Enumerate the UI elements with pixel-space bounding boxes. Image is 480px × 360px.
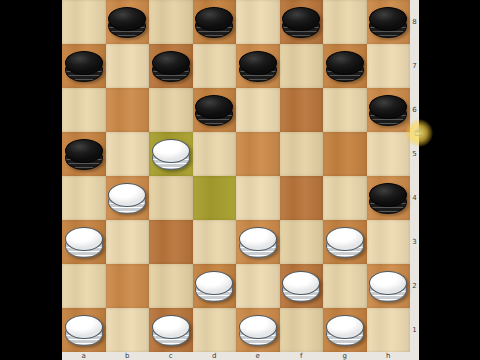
square-e8[interactable] xyxy=(236,0,280,44)
black-man-c7[interactable] xyxy=(152,51,190,82)
square-f1[interactable] xyxy=(280,308,324,352)
file-label-c: c xyxy=(149,352,193,360)
black-man-top xyxy=(65,139,103,163)
square-e3[interactable] xyxy=(236,220,280,264)
black-man-top xyxy=(65,51,103,75)
square-d4[interactable] xyxy=(193,176,237,220)
black-man-top xyxy=(369,183,407,207)
square-e7[interactable] xyxy=(236,44,280,88)
black-man-f8[interactable] xyxy=(282,7,320,38)
square-f3[interactable] xyxy=(280,220,324,264)
square-f8[interactable] xyxy=(280,0,324,44)
black-man-g7[interactable] xyxy=(326,51,364,82)
black-man-h4[interactable] xyxy=(369,183,407,214)
square-h1[interactable] xyxy=(367,308,411,352)
file-label-b: b xyxy=(106,352,150,360)
file-label-g: g xyxy=(323,352,367,360)
white-man-h2[interactable] xyxy=(369,271,407,302)
square-g5[interactable] xyxy=(323,132,367,176)
square-h2[interactable] xyxy=(367,264,411,308)
square-a6[interactable] xyxy=(62,88,106,132)
black-man-top xyxy=(108,7,146,31)
rank-label-2: 2 xyxy=(410,264,419,308)
square-f4[interactable] xyxy=(280,176,324,220)
white-man-b4[interactable] xyxy=(108,183,146,214)
square-c4[interactable] xyxy=(149,176,193,220)
black-man-h6[interactable] xyxy=(369,95,407,126)
white-man-a1[interactable] xyxy=(65,315,103,346)
rank-labels: 8 7 6 5 4 3 2 1 xyxy=(410,0,419,352)
letterbox-right xyxy=(419,0,480,360)
rank-label-4: 4 xyxy=(410,176,419,220)
square-f2[interactable] xyxy=(280,264,324,308)
square-h8[interactable] xyxy=(367,0,411,44)
white-man-top xyxy=(369,271,407,295)
black-man-top xyxy=(282,7,320,31)
white-man-top xyxy=(282,271,320,295)
square-c8[interactable] xyxy=(149,0,193,44)
rank-label-3: 3 xyxy=(410,220,419,264)
square-d3[interactable] xyxy=(193,220,237,264)
square-a3[interactable] xyxy=(62,220,106,264)
white-man-top xyxy=(65,227,103,251)
square-c1[interactable] xyxy=(149,308,193,352)
square-b2[interactable] xyxy=(106,264,150,308)
white-man-top xyxy=(239,315,277,339)
white-man-c5[interactable] xyxy=(152,139,190,170)
white-man-c1[interactable] xyxy=(152,315,190,346)
white-man-g1[interactable] xyxy=(326,315,364,346)
white-man-e1[interactable] xyxy=(239,315,277,346)
black-man-d8[interactable] xyxy=(195,7,233,38)
black-man-b8[interactable] xyxy=(108,7,146,38)
black-man-top xyxy=(369,7,407,31)
square-g6[interactable] xyxy=(323,88,367,132)
white-man-e3[interactable] xyxy=(239,227,277,258)
file-label-d: d xyxy=(193,352,237,360)
square-b6[interactable] xyxy=(106,88,150,132)
black-man-h8[interactable] xyxy=(369,7,407,38)
file-label-f: f xyxy=(280,352,324,360)
file-label-e: e xyxy=(236,352,280,360)
square-g7[interactable] xyxy=(323,44,367,88)
app-window: 8 7 6 5 4 3 2 1 a b c d e f g h ☝ xyxy=(0,0,480,360)
square-e1[interactable] xyxy=(236,308,280,352)
square-c6[interactable] xyxy=(149,88,193,132)
square-g8[interactable] xyxy=(323,0,367,44)
white-man-top xyxy=(239,227,277,251)
square-c7[interactable] xyxy=(149,44,193,88)
square-a1[interactable] xyxy=(62,308,106,352)
black-man-top xyxy=(195,7,233,31)
rank-label-5: 5 xyxy=(410,132,419,176)
square-h5[interactable] xyxy=(367,132,411,176)
black-man-top xyxy=(239,51,277,75)
square-f6[interactable] xyxy=(280,88,324,132)
square-b5[interactable] xyxy=(106,132,150,176)
checkers-game-area: 8 7 6 5 4 3 2 1 a b c d e f g h ☝ xyxy=(62,0,419,360)
file-label-h: h xyxy=(367,352,411,360)
square-h4[interactable] xyxy=(367,176,411,220)
square-d8[interactable] xyxy=(193,0,237,44)
square-b8[interactable] xyxy=(106,0,150,44)
square-f5[interactable] xyxy=(280,132,324,176)
black-man-top xyxy=(369,95,407,119)
square-h3[interactable] xyxy=(367,220,411,264)
white-man-f2[interactable] xyxy=(282,271,320,302)
black-man-top xyxy=(152,51,190,75)
file-label-a: a xyxy=(62,352,106,360)
rank-label-7: 7 xyxy=(410,44,419,88)
black-man-a5[interactable] xyxy=(65,139,103,170)
rank-label-8: 8 xyxy=(410,0,419,44)
square-a4[interactable] xyxy=(62,176,106,220)
file-labels: a b c d e f g h xyxy=(62,352,419,360)
square-e5[interactable] xyxy=(236,132,280,176)
black-man-a7[interactable] xyxy=(65,51,103,82)
white-man-top xyxy=(326,315,364,339)
white-man-g3[interactable] xyxy=(326,227,364,258)
square-b4[interactable] xyxy=(106,176,150,220)
letterbox-left xyxy=(0,0,62,360)
checkers-board[interactable] xyxy=(62,0,410,352)
black-man-top xyxy=(326,51,364,75)
square-b3[interactable] xyxy=(106,220,150,264)
white-man-top xyxy=(326,227,364,251)
square-h6[interactable] xyxy=(367,88,411,132)
square-e2[interactable] xyxy=(236,264,280,308)
square-d1[interactable] xyxy=(193,308,237,352)
square-a7[interactable] xyxy=(62,44,106,88)
square-g4[interactable] xyxy=(323,176,367,220)
square-e6[interactable] xyxy=(236,88,280,132)
square-a5[interactable] xyxy=(62,132,106,176)
square-a2[interactable] xyxy=(62,264,106,308)
square-a8[interactable] xyxy=(62,0,106,44)
rank-label-6: 6 xyxy=(410,88,419,132)
white-man-top xyxy=(108,183,146,207)
square-c5[interactable] xyxy=(149,132,193,176)
square-e4[interactable] xyxy=(236,176,280,220)
square-g1[interactable] xyxy=(323,308,367,352)
rank-label-1: 1 xyxy=(410,308,419,352)
square-f7[interactable] xyxy=(280,44,324,88)
square-b1[interactable] xyxy=(106,308,150,352)
square-d5[interactable] xyxy=(193,132,237,176)
white-man-top xyxy=(152,315,190,339)
white-man-a3[interactable] xyxy=(65,227,103,258)
square-d2[interactable] xyxy=(193,264,237,308)
square-d7[interactable] xyxy=(193,44,237,88)
square-c2[interactable] xyxy=(149,264,193,308)
square-g2[interactable] xyxy=(323,264,367,308)
square-b7[interactable] xyxy=(106,44,150,88)
black-man-top xyxy=(195,95,233,119)
square-g3[interactable] xyxy=(323,220,367,264)
white-man-top xyxy=(65,315,103,339)
square-c3[interactable] xyxy=(149,220,193,264)
white-man-top xyxy=(195,271,233,295)
square-h7[interactable] xyxy=(367,44,411,88)
black-man-d6[interactable] xyxy=(195,95,233,126)
white-man-d2[interactable] xyxy=(195,271,233,302)
black-man-e7[interactable] xyxy=(239,51,277,82)
square-d6[interactable] xyxy=(193,88,237,132)
white-man-top xyxy=(152,139,190,163)
